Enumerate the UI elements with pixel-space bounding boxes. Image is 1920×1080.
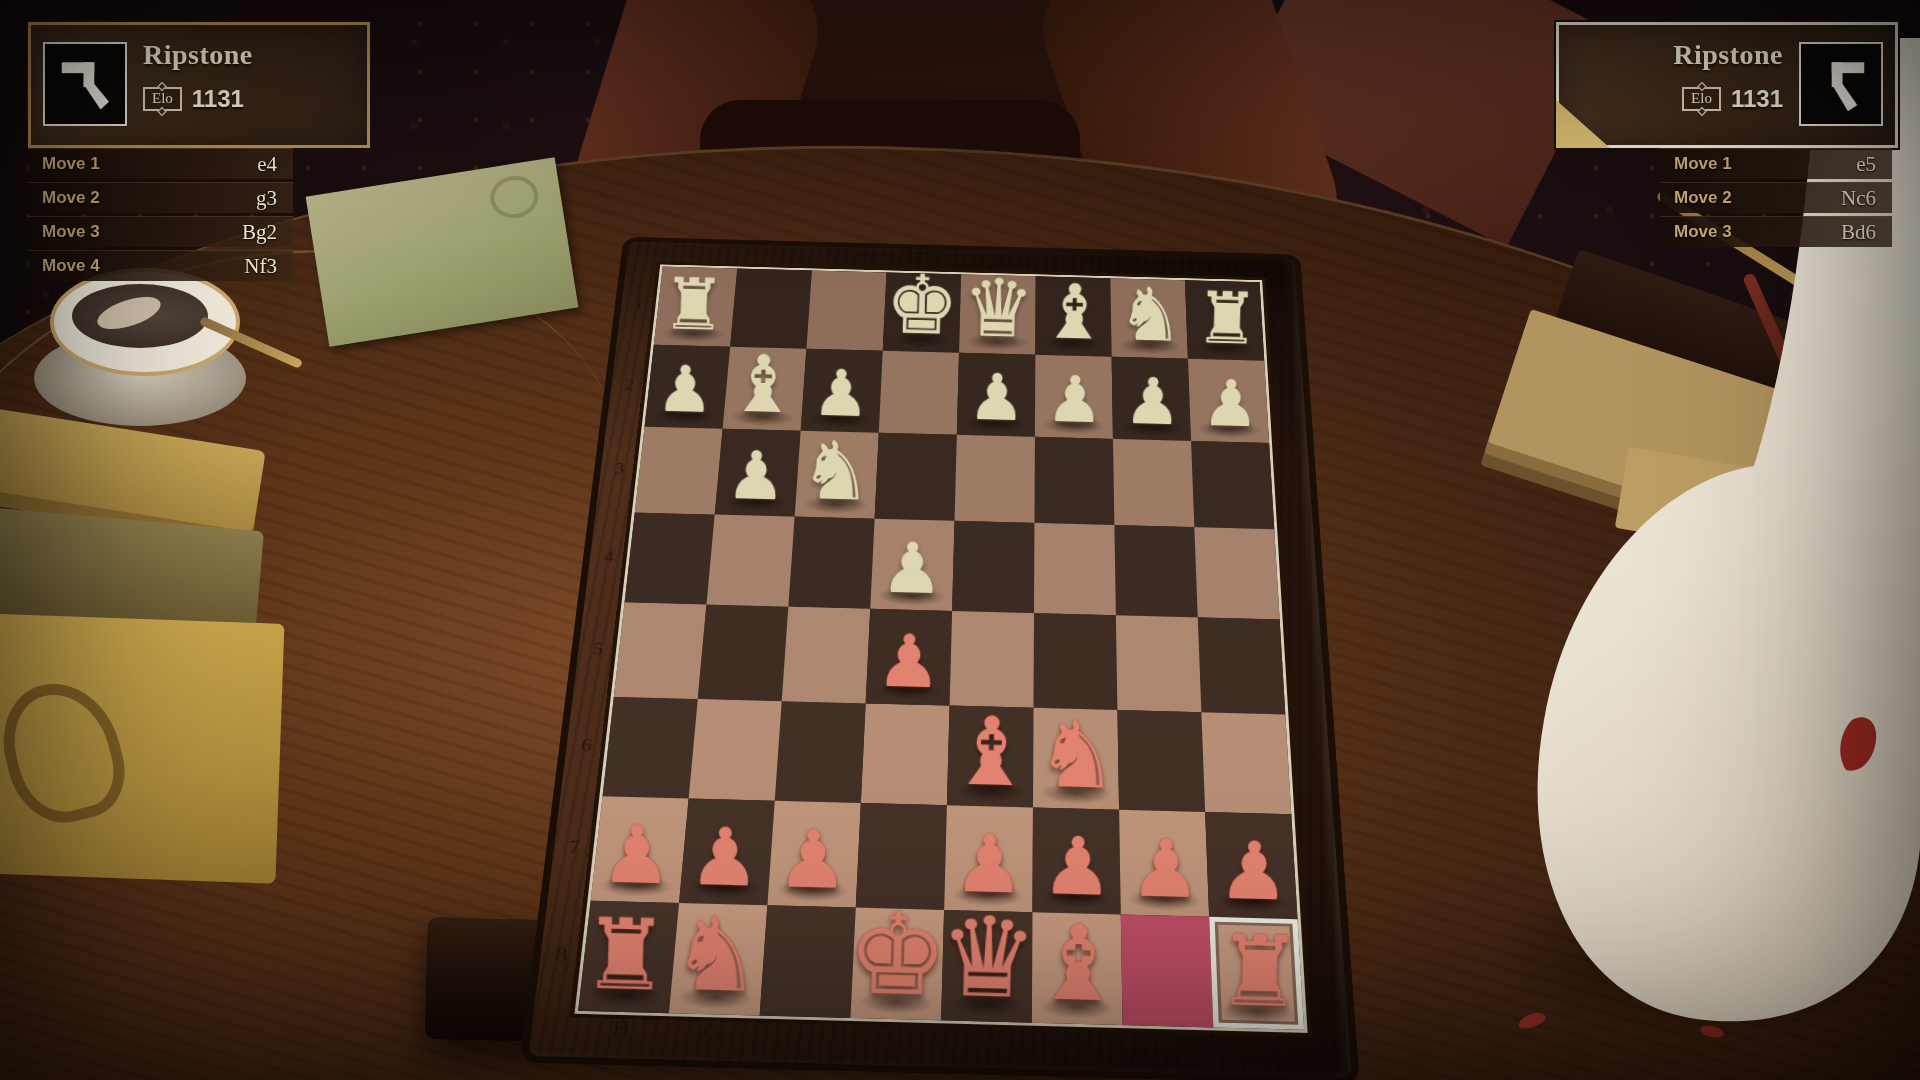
player-panel-white: Ripstone Elo 1131 (28, 22, 370, 148)
move-san: Nf3 (244, 254, 277, 279)
file-label: D (940, 1024, 1032, 1067)
ripstone-logo-icon (54, 53, 116, 115)
piece-red-bishop[interactable]: ♝ (983, 910, 1173, 1019)
ripstone-logo-icon (1810, 53, 1872, 115)
piece-red-knight[interactable]: ♞ (621, 902, 811, 1009)
move-row: Move 4Nf3 (28, 250, 293, 281)
square-b5[interactable] (1116, 615, 1201, 712)
rank-label: 5 (1284, 620, 1325, 716)
move-label: Move 4 (42, 256, 100, 276)
move-san: e4 (257, 152, 277, 177)
move-label: Move 3 (1674, 222, 1732, 242)
move-list-white: Move 1e4Move 2g3Move 3Bg2Move 4Nf3 (28, 148, 293, 281)
square-a5[interactable] (1198, 617, 1286, 714)
square-c5[interactable] (1034, 613, 1118, 710)
square-c6[interactable]: ♞ (1033, 708, 1119, 810)
square-g5[interactable] (698, 605, 789, 702)
player-panel-black: Ripstone Elo 1131 (1556, 22, 1898, 148)
move-san: Nc6 (1841, 186, 1876, 211)
move-list-black: Move 1e5Move 2Nc6Move 3Bd6 (1660, 148, 1892, 247)
square-g6[interactable] (689, 699, 782, 801)
elo-row: Elo 1131 (1682, 85, 1783, 113)
move-row: Move 2g3 (28, 182, 293, 213)
elo-row: Elo 1131 (143, 85, 244, 113)
square-f6[interactable] (775, 701, 866, 803)
square-f7[interactable]: ♟ (767, 801, 860, 908)
piece-red-rook[interactable]: ♜ (1164, 921, 1354, 1023)
square-g8[interactable]: ♞ (669, 903, 767, 1016)
move-san: Bg2 (242, 220, 277, 245)
square-c8[interactable]: ♝ (1032, 912, 1123, 1025)
move-san: g3 (256, 186, 277, 211)
square-e5[interactable]: ♟ (866, 609, 952, 706)
move-label: Move 2 (42, 188, 100, 208)
rank-label: 6 (1289, 715, 1331, 816)
elo-value: 1131 (192, 85, 244, 113)
square-a8[interactable]: ♜ (1209, 917, 1304, 1030)
ripstone-logo (43, 42, 127, 126)
move-san: e5 (1856, 152, 1876, 177)
move-row: Move 3Bg2 (28, 216, 293, 247)
move-label: Move 2 (1674, 188, 1732, 208)
elo-badge: Elo (1682, 87, 1721, 111)
piece-red-pawn[interactable]: ♟ (821, 623, 997, 700)
move-label: Move 1 (42, 154, 100, 174)
player-name: Ripstone (143, 39, 253, 71)
move-label: Move 1 (1674, 154, 1732, 174)
square-a7[interactable]: ♟ (1205, 812, 1297, 919)
elo-value: 1131 (1731, 85, 1783, 113)
chessboard: 12345678 12345678 HGFEDCBA ♜♚♛♝♞♜♟♝♟♟♟♟♟… (528, 242, 1351, 1078)
elo-badge: Elo (143, 87, 182, 111)
move-row: Move 2Nc6 (1660, 182, 1892, 213)
move-san: Bd6 (1841, 220, 1876, 245)
player-name: Ripstone (1673, 39, 1783, 71)
square-h6[interactable] (603, 697, 698, 799)
move-row: Move 1e4 (28, 148, 293, 179)
move-label: Move 3 (42, 222, 100, 242)
panel-corner-decoration (1556, 100, 1610, 148)
move-row: Move 3Bd6 (1660, 216, 1892, 247)
piece-red-pawn[interactable]: ♟ (1162, 828, 1347, 912)
square-h5[interactable] (614, 602, 707, 699)
ripstone-logo (1799, 42, 1883, 126)
piece-red-knight[interactable]: ♞ (987, 707, 1168, 804)
square-a6[interactable] (1201, 712, 1291, 814)
move-row: Move 1e5 (1660, 148, 1892, 179)
